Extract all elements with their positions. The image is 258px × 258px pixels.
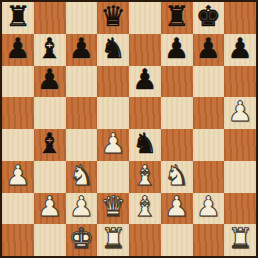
square-h7[interactable]: ♟ [224, 34, 256, 66]
black-bishop-piece[interactable]: ♝ [37, 130, 62, 158]
square-h5[interactable]: ♟ [224, 97, 256, 129]
white-pawn-piece[interactable]: ♟ [101, 130, 126, 158]
square-c8[interactable] [66, 2, 98, 34]
square-d5[interactable] [97, 97, 129, 129]
square-a8[interactable]: ♜ [2, 2, 34, 34]
white-pawn-piece[interactable]: ♟ [196, 193, 221, 221]
black-pawn-piece[interactable]: ♟ [5, 35, 30, 63]
square-g6[interactable] [193, 66, 225, 98]
square-c4[interactable] [66, 129, 98, 161]
square-h1[interactable]: ♜ [224, 224, 256, 256]
white-pawn-piece[interactable]: ♟ [5, 162, 30, 190]
square-g7[interactable]: ♟ [193, 34, 225, 66]
square-d1[interactable]: ♜ [97, 224, 129, 256]
white-knight-piece[interactable]: ♞ [69, 162, 94, 190]
black-king-piece[interactable]: ♚ [196, 3, 221, 31]
square-e6[interactable]: ♟ [129, 66, 161, 98]
square-g1[interactable] [193, 224, 225, 256]
square-e2[interactable]: ♝ [129, 193, 161, 225]
square-a5[interactable] [2, 97, 34, 129]
white-knight-piece[interactable]: ♞ [164, 162, 189, 190]
square-f6[interactable] [161, 66, 193, 98]
square-f3[interactable]: ♞ [161, 161, 193, 193]
black-rook-piece[interactable]: ♜ [5, 3, 30, 31]
white-bishop-piece[interactable]: ♝ [132, 193, 157, 221]
square-d6[interactable] [97, 66, 129, 98]
square-a2[interactable] [2, 193, 34, 225]
square-c3[interactable]: ♞ [66, 161, 98, 193]
square-d7[interactable]: ♞ [97, 34, 129, 66]
square-d4[interactable]: ♟ [97, 129, 129, 161]
black-pawn-piece[interactable]: ♟ [196, 35, 221, 63]
square-c2[interactable]: ♟ [66, 193, 98, 225]
square-a4[interactable] [2, 129, 34, 161]
square-c1[interactable]: ♚ [66, 224, 98, 256]
square-b1[interactable] [34, 224, 66, 256]
square-d8[interactable]: ♛ [97, 2, 129, 34]
square-e3[interactable]: ♝ [129, 161, 161, 193]
black-pawn-piece[interactable]: ♟ [37, 66, 62, 94]
black-queen-piece[interactable]: ♛ [101, 3, 126, 31]
square-d2[interactable]: ♛ [97, 193, 129, 225]
square-c6[interactable] [66, 66, 98, 98]
square-c7[interactable]: ♟ [66, 34, 98, 66]
square-b3[interactable] [34, 161, 66, 193]
white-pawn-piece[interactable]: ♟ [37, 193, 62, 221]
black-pawn-piece[interactable]: ♟ [69, 35, 94, 63]
square-b7[interactable]: ♝ [34, 34, 66, 66]
square-f5[interactable] [161, 97, 193, 129]
square-h2[interactable] [224, 193, 256, 225]
square-g2[interactable]: ♟ [193, 193, 225, 225]
square-g3[interactable] [193, 161, 225, 193]
square-b5[interactable] [34, 97, 66, 129]
square-a7[interactable]: ♟ [2, 34, 34, 66]
square-f4[interactable] [161, 129, 193, 161]
black-rook-piece[interactable]: ♜ [164, 3, 189, 31]
black-bishop-piece[interactable]: ♝ [37, 35, 62, 63]
black-pawn-piece[interactable]: ♟ [228, 35, 253, 63]
square-f2[interactable]: ♟ [161, 193, 193, 225]
square-h8[interactable] [224, 2, 256, 34]
square-h4[interactable] [224, 129, 256, 161]
square-b2[interactable]: ♟ [34, 193, 66, 225]
white-pawn-piece[interactable]: ♟ [69, 193, 94, 221]
white-pawn-piece[interactable]: ♟ [164, 193, 189, 221]
square-e1[interactable] [129, 224, 161, 256]
square-e7[interactable] [129, 34, 161, 66]
square-c5[interactable] [66, 97, 98, 129]
square-b6[interactable]: ♟ [34, 66, 66, 98]
black-pawn-piece[interactable]: ♟ [132, 66, 157, 94]
chess-board-wrap: ♜♛♜♚♟♝♟♞♟♟♟♟♟♟♝♟♞♟♞♝♞♟♟♛♝♟♟♚♜♜ [0, 0, 258, 258]
square-h3[interactable] [224, 161, 256, 193]
square-g8[interactable]: ♚ [193, 2, 225, 34]
square-h6[interactable] [224, 66, 256, 98]
chess-board: ♜♛♜♚♟♝♟♞♟♟♟♟♟♟♝♟♞♟♞♝♞♟♟♛♝♟♟♚♜♜ [0, 0, 258, 258]
white-rook-piece[interactable]: ♜ [228, 225, 253, 253]
square-e4[interactable]: ♞ [129, 129, 161, 161]
black-knight-piece[interactable]: ♞ [101, 35, 126, 63]
square-d3[interactable] [97, 161, 129, 193]
square-a1[interactable] [2, 224, 34, 256]
square-b4[interactable]: ♝ [34, 129, 66, 161]
white-bishop-piece[interactable]: ♝ [132, 162, 157, 190]
square-f8[interactable]: ♜ [161, 2, 193, 34]
square-f1[interactable] [161, 224, 193, 256]
white-queen-piece[interactable]: ♛ [101, 193, 126, 221]
square-g5[interactable] [193, 97, 225, 129]
white-king-piece[interactable]: ♚ [69, 225, 94, 253]
black-knight-piece[interactable]: ♞ [132, 130, 157, 158]
square-e8[interactable] [129, 2, 161, 34]
white-pawn-piece[interactable]: ♟ [228, 98, 253, 126]
white-rook-piece[interactable]: ♜ [101, 225, 126, 253]
black-pawn-piece[interactable]: ♟ [164, 35, 189, 63]
square-a3[interactable]: ♟ [2, 161, 34, 193]
square-a6[interactable] [2, 66, 34, 98]
square-f7[interactable]: ♟ [161, 34, 193, 66]
square-g4[interactable] [193, 129, 225, 161]
square-e5[interactable] [129, 97, 161, 129]
square-b8[interactable] [34, 2, 66, 34]
